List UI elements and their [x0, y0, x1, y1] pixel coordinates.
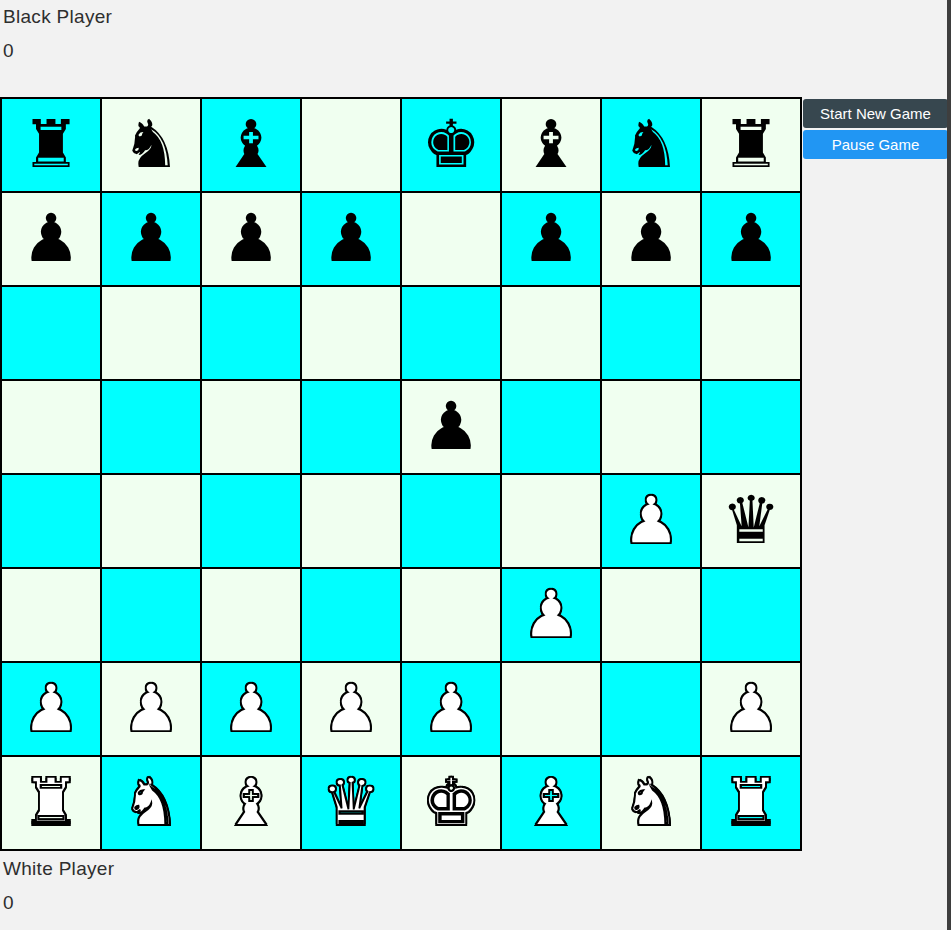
square-d1[interactable]: ♛ [301, 756, 401, 850]
square-g4[interactable]: ♟ [601, 474, 701, 568]
square-c2[interactable]: ♟ [201, 662, 301, 756]
square-d5[interactable] [301, 380, 401, 474]
square-b1[interactable]: ♞ [101, 756, 201, 850]
square-a4[interactable] [1, 474, 101, 568]
square-g2[interactable] [601, 662, 701, 756]
square-d2[interactable]: ♟ [301, 662, 401, 756]
square-d4[interactable] [301, 474, 401, 568]
square-b4[interactable] [101, 474, 201, 568]
square-d8[interactable] [301, 98, 401, 192]
white-pawn-piece: ♟ [521, 582, 580, 648]
square-e8[interactable]: ♚ [401, 98, 501, 192]
square-e3[interactable] [401, 568, 501, 662]
square-g1[interactable]: ♞ [601, 756, 701, 850]
white-knight-piece: ♞ [121, 770, 180, 836]
square-g5[interactable] [601, 380, 701, 474]
white-pawn-piece: ♟ [421, 676, 480, 742]
square-h6[interactable] [701, 286, 801, 380]
square-g8[interactable]: ♞ [601, 98, 701, 192]
square-c1[interactable]: ♝ [201, 756, 301, 850]
square-e7[interactable] [401, 192, 501, 286]
square-f3[interactable]: ♟ [501, 568, 601, 662]
black-pawn-piece: ♟ [221, 206, 280, 272]
white-pawn-piece: ♟ [221, 676, 280, 742]
square-d3[interactable] [301, 568, 401, 662]
square-b7[interactable]: ♟ [101, 192, 201, 286]
white-bishop-piece: ♝ [521, 770, 580, 836]
white-rook-piece: ♜ [721, 770, 780, 836]
square-a1[interactable]: ♜ [1, 756, 101, 850]
square-f1[interactable]: ♝ [501, 756, 601, 850]
square-a2[interactable]: ♟ [1, 662, 101, 756]
square-f8[interactable]: ♝ [501, 98, 601, 192]
start-new-game-button[interactable]: Start New Game [803, 99, 948, 128]
white-queen-piece: ♛ [321, 770, 380, 836]
square-h4[interactable]: ♛ [701, 474, 801, 568]
white-pawn-piece: ♟ [321, 676, 380, 742]
white-player-score: 0 [3, 892, 114, 914]
white-king-piece: ♚ [421, 770, 480, 836]
square-h5[interactable] [701, 380, 801, 474]
square-e4[interactable] [401, 474, 501, 568]
chess-board: ♜♞♝♚♝♞♜♟♟♟♟♟♟♟♟♟♛♟♟♟♟♟♟♟♜♞♝♛♚♝♞♜ [0, 97, 802, 851]
square-b6[interactable] [101, 286, 201, 380]
square-e2[interactable]: ♟ [401, 662, 501, 756]
square-a7[interactable]: ♟ [1, 192, 101, 286]
black-pawn-piece: ♟ [421, 394, 480, 460]
white-pawn-piece: ♟ [721, 676, 780, 742]
black-pawn-piece: ♟ [621, 206, 680, 272]
game-controls: Start New Game Pause Game [803, 99, 948, 159]
black-pawn-piece: ♟ [521, 206, 580, 272]
square-d6[interactable] [301, 286, 401, 380]
black-player-label: Black Player [3, 6, 112, 28]
square-a8[interactable]: ♜ [1, 98, 101, 192]
black-pawn-piece: ♟ [321, 206, 380, 272]
square-g3[interactable] [601, 568, 701, 662]
black-pawn-piece: ♟ [721, 206, 780, 272]
square-a5[interactable] [1, 380, 101, 474]
square-b8[interactable]: ♞ [101, 98, 201, 192]
square-f4[interactable] [501, 474, 601, 568]
square-e5[interactable]: ♟ [401, 380, 501, 474]
black-player-score: 0 [3, 40, 112, 62]
black-knight-piece: ♞ [621, 112, 680, 178]
black-knight-piece: ♞ [121, 112, 180, 178]
square-c5[interactable] [201, 380, 301, 474]
white-pawn-piece: ♟ [121, 676, 180, 742]
square-b5[interactable] [101, 380, 201, 474]
square-d7[interactable]: ♟ [301, 192, 401, 286]
black-king-piece: ♚ [421, 112, 480, 178]
square-h1[interactable]: ♜ [701, 756, 801, 850]
square-h2[interactable]: ♟ [701, 662, 801, 756]
scrollbar[interactable] [947, 0, 951, 930]
black-player-panel: Black Player 0 [3, 6, 112, 62]
black-pawn-piece: ♟ [121, 206, 180, 272]
white-player-panel: White Player 0 [3, 858, 114, 914]
black-bishop-piece: ♝ [521, 112, 580, 178]
white-player-label: White Player [3, 858, 114, 880]
white-rook-piece: ♜ [21, 770, 80, 836]
square-g6[interactable] [601, 286, 701, 380]
white-bishop-piece: ♝ [221, 770, 280, 836]
black-queen-piece: ♛ [721, 488, 780, 554]
square-h7[interactable]: ♟ [701, 192, 801, 286]
square-f5[interactable] [501, 380, 601, 474]
square-b2[interactable]: ♟ [101, 662, 201, 756]
black-rook-piece: ♜ [721, 112, 780, 178]
square-e6[interactable] [401, 286, 501, 380]
square-a6[interactable] [1, 286, 101, 380]
square-c4[interactable] [201, 474, 301, 568]
square-c8[interactable]: ♝ [201, 98, 301, 192]
square-c6[interactable] [201, 286, 301, 380]
square-e1[interactable]: ♚ [401, 756, 501, 850]
square-f2[interactable] [501, 662, 601, 756]
white-pawn-piece: ♟ [621, 488, 680, 554]
square-g7[interactable]: ♟ [601, 192, 701, 286]
pause-game-button[interactable]: Pause Game [803, 130, 948, 159]
square-a3[interactable] [1, 568, 101, 662]
black-bishop-piece: ♝ [221, 112, 280, 178]
square-b3[interactable] [101, 568, 201, 662]
white-knight-piece: ♞ [621, 770, 680, 836]
black-rook-piece: ♜ [21, 112, 80, 178]
black-pawn-piece: ♟ [21, 206, 80, 272]
square-h8[interactable]: ♜ [701, 98, 801, 192]
square-c3[interactable] [201, 568, 301, 662]
square-h3[interactable] [701, 568, 801, 662]
square-f6[interactable] [501, 286, 601, 380]
square-f7[interactable]: ♟ [501, 192, 601, 286]
white-pawn-piece: ♟ [21, 676, 80, 742]
square-c7[interactable]: ♟ [201, 192, 301, 286]
